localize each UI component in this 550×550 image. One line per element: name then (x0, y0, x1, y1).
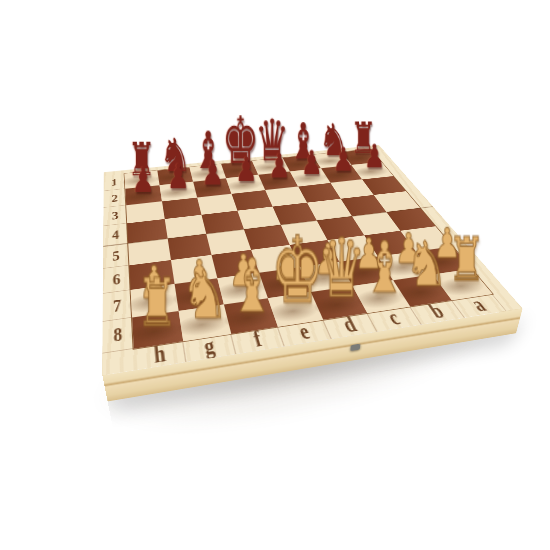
square-f3 (197, 194, 237, 215)
rank-label-5: 5 (103, 236, 130, 277)
square-h3 (126, 201, 165, 223)
square-f6 (212, 250, 260, 278)
square-g4 (165, 215, 207, 239)
chess-set-photo: 12345678 hgfedcba ♜♞♝♚♛♝♞♜♟♟♟♟♟♟♟♟♟♟♟♟♟♟… (0, 0, 550, 550)
metal-clasp (350, 343, 360, 350)
square-e8: ♚ (268, 292, 323, 327)
square-e3 (232, 190, 273, 211)
square-a5 (386, 208, 435, 231)
rank-label-7: 7 (103, 281, 133, 332)
square-e6 (251, 245, 300, 273)
square-a7: ♟ (416, 247, 472, 275)
rank-label-6: 6 (103, 257, 131, 303)
square-h6 (129, 260, 174, 290)
square-g7: ♟ (175, 278, 224, 311)
square-g3 (162, 197, 201, 219)
scene: 12345678 hgfedcba ♜♞♝♚♛♝♞♜♟♟♟♟♟♟♟♟♟♟♟♟♟♟… (89, 43, 467, 415)
square-f2: ♟ (193, 178, 231, 197)
rank-label-4: 4 (103, 217, 128, 254)
folding-chess-board: 12345678 hgfedcba ♜♞♝♚♛♝♞♜♟♟♟♟♟♟♟♟♟♟♟♟♟♟… (102, 145, 522, 375)
dark-rook-a1: ♜ (340, 119, 388, 156)
piece-shadow (258, 272, 312, 297)
square-d6 (290, 240, 340, 267)
square-f4 (201, 211, 243, 234)
square-g6 (171, 255, 217, 284)
piece-shadow (176, 310, 233, 340)
